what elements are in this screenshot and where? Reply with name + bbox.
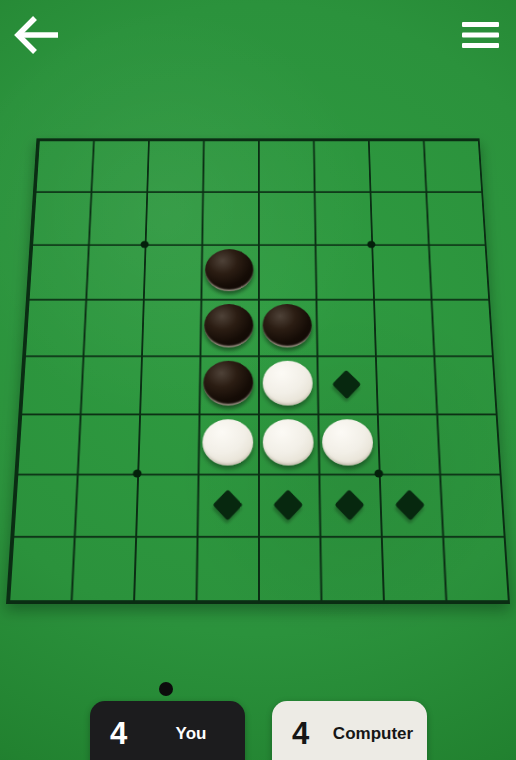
board-cell bbox=[200, 244, 258, 299]
legal-move-marker[interactable] bbox=[334, 489, 364, 520]
board-cell[interactable] bbox=[197, 474, 258, 536]
legal-move-marker[interactable] bbox=[273, 489, 303, 520]
back-arrow-icon bbox=[13, 15, 59, 55]
othello-board[interactable] bbox=[6, 138, 510, 604]
score-card-you: 4 You bbox=[90, 701, 245, 760]
computer-score: 4 bbox=[272, 718, 330, 750]
board-cell bbox=[258, 299, 316, 355]
scoreboard: 4 You 4 Computer bbox=[0, 701, 516, 760]
board-cell[interactable] bbox=[316, 355, 376, 413]
menu-button[interactable] bbox=[448, 0, 512, 70]
star-point bbox=[367, 241, 375, 248]
board-cell bbox=[258, 355, 317, 413]
white-disc bbox=[322, 419, 374, 465]
board-cell[interactable] bbox=[258, 474, 319, 536]
board-cell[interactable] bbox=[379, 474, 442, 536]
you-label: You bbox=[148, 718, 235, 750]
legal-move-marker[interactable] bbox=[395, 489, 425, 520]
board-cell bbox=[200, 299, 258, 355]
board-cell[interactable] bbox=[318, 474, 380, 536]
black-disc bbox=[203, 361, 253, 406]
legal-move-marker[interactable] bbox=[212, 489, 242, 520]
back-button[interactable] bbox=[4, 0, 68, 70]
turn-indicator-dot bbox=[159, 682, 173, 696]
white-disc bbox=[262, 419, 313, 465]
black-disc bbox=[204, 304, 254, 347]
othello-game-screen: 4 You 4 Computer bbox=[0, 0, 516, 760]
computer-label: Computer bbox=[330, 718, 417, 750]
black-disc bbox=[262, 304, 312, 347]
star-point bbox=[140, 241, 148, 248]
hamburger-menu-icon bbox=[462, 22, 499, 48]
star-point bbox=[133, 470, 142, 478]
board-cell bbox=[258, 414, 318, 474]
board-cell bbox=[199, 355, 258, 413]
white-disc bbox=[262, 361, 312, 406]
star-point bbox=[374, 470, 383, 478]
score-card-computer: 4 Computer bbox=[272, 701, 427, 760]
board-cell bbox=[317, 414, 378, 474]
white-disc bbox=[202, 419, 253, 465]
you-score: 4 bbox=[90, 718, 148, 750]
black-disc bbox=[205, 249, 254, 291]
board-cell bbox=[198, 414, 258, 474]
legal-move-marker[interactable] bbox=[332, 370, 361, 399]
